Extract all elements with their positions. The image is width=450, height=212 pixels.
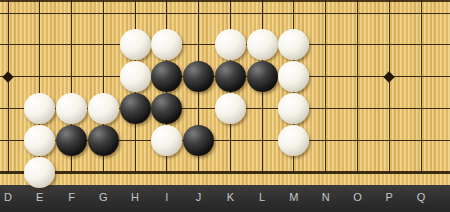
star-point-P4 [384,71,395,82]
coord-label-J: J [189,191,209,203]
white-stone-M4[interactable] [278,61,309,92]
grid-line-row-6 [0,13,450,14]
grid-line-column-N [325,0,326,174]
white-stone-G3[interactable] [88,93,119,124]
black-stone-J2[interactable] [183,125,214,156]
coordinate-bar: DEFGHIJKLMNOPQ [0,185,450,212]
coord-label-D: D [0,191,18,203]
coord-label-I: I [157,191,177,203]
white-stone-H5[interactable] [120,29,151,60]
board-top-edge [0,0,450,2]
grid-line-column-D [8,0,9,174]
white-stone-M2[interactable] [278,125,309,156]
white-stone-I2[interactable] [151,125,182,156]
go-board[interactable] [0,0,450,185]
go-app-window: DEFGHIJKLMNOPQ [0,0,450,212]
grid-line-column-O [357,0,358,174]
white-stone-K5[interactable] [215,29,246,60]
black-stone-F2[interactable] [56,125,87,156]
white-stone-I5[interactable] [151,29,182,60]
white-stone-M5[interactable] [278,29,309,60]
white-stone-K3[interactable] [215,93,246,124]
coord-label-F: F [62,191,82,203]
grid-line-column-P [389,0,390,174]
white-stone-M3[interactable] [278,93,309,124]
coord-label-M: M [284,191,304,203]
black-stone-J4[interactable] [183,61,214,92]
black-stone-L4[interactable] [247,61,278,92]
coord-label-N: N [316,191,336,203]
coord-label-E: E [30,191,50,203]
coord-label-H: H [125,191,145,203]
white-stone-L5[interactable] [247,29,278,60]
black-stone-G2[interactable] [88,125,119,156]
grid-line-column-Q [421,0,422,174]
black-stone-I3[interactable] [151,93,182,124]
coord-label-Q: Q [411,191,431,203]
coord-label-P: P [379,191,399,203]
white-stone-E3[interactable] [24,93,55,124]
white-stone-E2[interactable] [24,125,55,156]
black-stone-H3[interactable] [120,93,151,124]
black-stone-K4[interactable] [215,61,246,92]
coord-label-K: K [220,191,240,203]
white-stone-F3[interactable] [56,93,87,124]
black-stone-I4[interactable] [151,61,182,92]
coord-label-L: L [252,191,272,203]
grid-line-row-1 [0,171,450,174]
coord-label-G: G [93,191,113,203]
coord-label-O: O [347,191,367,203]
white-stone-H4[interactable] [120,61,151,92]
star-point-D4 [2,71,13,82]
white-stone-E1[interactable] [24,157,55,188]
